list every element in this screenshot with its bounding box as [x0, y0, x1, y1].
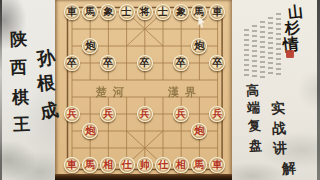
piece-red-馬[interactable]: 馬 [191, 157, 207, 173]
left-panel-char: 根 [36, 73, 56, 93]
board-bottom-edge [55, 174, 232, 180]
poem-column [244, 29, 249, 77]
seal-stamp-icon [286, 50, 294, 58]
piece-red-車[interactable]: 車 [64, 157, 80, 173]
piece-black-炮[interactable]: 炮 [191, 38, 207, 54]
bottom-text-char: 战 [272, 121, 286, 135]
video-frame: 楚河 漢界 車馬象士将士象馬車炮炮卒卒卒卒卒兵兵兵兵兵炮炮車馬相仕帅仕相馬車 陕… [0, 0, 320, 180]
poem-column [268, 17, 273, 77]
piece-black-卒[interactable]: 卒 [100, 55, 116, 71]
left-panel-char: 棋 [12, 89, 30, 107]
poem-column [276, 13, 281, 75]
piece-red-帅[interactable]: 帅 [137, 157, 153, 173]
left-panel-char: 陕 [10, 31, 28, 49]
piece-black-馬[interactable]: 馬 [82, 4, 98, 20]
piece-red-兵[interactable]: 兵 [64, 106, 80, 122]
piece-red-相[interactable]: 相 [100, 157, 116, 173]
piece-red-仕[interactable]: 仕 [119, 157, 135, 173]
piece-red-兵[interactable]: 兵 [209, 106, 225, 122]
poem-column [252, 25, 257, 79]
piece-black-象[interactable]: 象 [100, 4, 116, 20]
pieces-grid: 車馬象士将士象馬車炮炮卒卒卒卒卒兵兵兵兵兵炮炮車馬相仕帅仕相馬車 [63, 4, 227, 174]
piece-black-車[interactable]: 車 [64, 4, 80, 20]
piece-red-車[interactable]: 車 [209, 157, 225, 173]
left-panel-char: 西 [10, 59, 28, 77]
bottom-text-char: 端 [247, 101, 260, 114]
bottom-text-char: 解 [282, 161, 297, 176]
piece-red-炮[interactable]: 炮 [191, 123, 207, 139]
bottom-text-char: 复 [248, 119, 262, 133]
piece-red-仕[interactable]: 仕 [155, 157, 171, 173]
bottom-text-char: 高 [246, 84, 260, 98]
piece-black-炮[interactable]: 炮 [82, 38, 98, 54]
piece-black-卒[interactable]: 卒 [173, 55, 189, 71]
piece-black-車[interactable]: 車 [209, 4, 225, 20]
piece-black-象[interactable]: 象 [173, 4, 189, 20]
piece-black-卒[interactable]: 卒 [137, 55, 153, 71]
poem-column [260, 21, 265, 79]
piece-red-炮[interactable]: 炮 [82, 123, 98, 139]
piece-red-馬[interactable]: 馬 [82, 157, 98, 173]
piece-red-兵[interactable]: 兵 [100, 106, 116, 122]
bottom-text-char: 讲 [273, 141, 288, 156]
piece-black-卒[interactable]: 卒 [209, 55, 225, 71]
piece-black-将[interactable]: 将 [137, 4, 153, 20]
left-panel-char: 孙 [36, 48, 56, 68]
piece-red-相[interactable]: 相 [173, 157, 189, 173]
bottom-text-char: 盘 [249, 139, 262, 152]
piece-black-士[interactable]: 士 [119, 4, 135, 20]
piece-red-兵[interactable]: 兵 [137, 106, 153, 122]
bottom-text-char: 实 [271, 101, 286, 116]
piece-red-兵[interactable]: 兵 [173, 106, 189, 122]
left-panel-char: 王 [13, 116, 31, 134]
left-panel-char: 成 [38, 100, 59, 121]
piece-black-士[interactable]: 士 [155, 4, 171, 20]
piece-black-卒[interactable]: 卒 [64, 55, 80, 71]
xiangqi-board[interactable]: 楚河 漢界 車馬象士将士象馬車炮炮卒卒卒卒卒兵兵兵兵兵炮炮車馬相仕帅仕相馬車 [55, 0, 232, 180]
